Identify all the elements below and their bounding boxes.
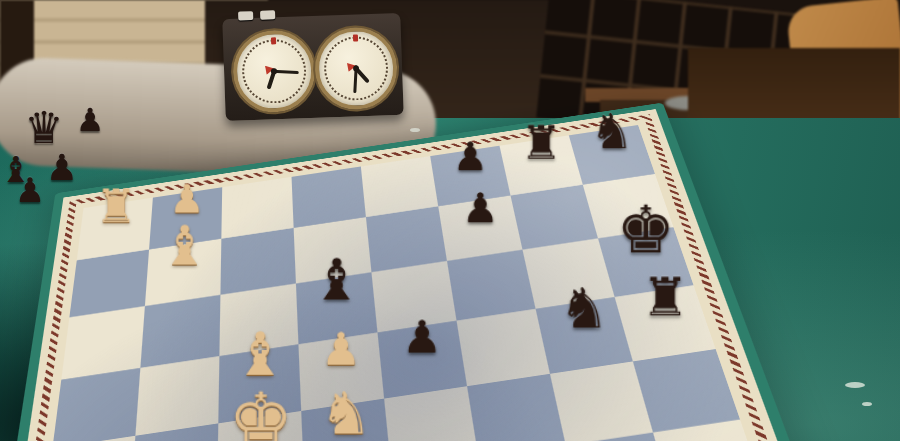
white-n-e4[interactable]: ♞ [319, 384, 372, 441]
paint-speck [862, 402, 872, 406]
black-p-d5[interactable]: ♟ [401, 315, 441, 360]
black-b-c4[interactable]: ♝ [310, 252, 361, 309]
clock-red-12 [271, 37, 276, 44]
black-p-b6[interactable]: ♟ [461, 187, 498, 228]
game-room-scene: ♝♛♟♟♟ ♜♟♝♝♚♟♟♞♟♟♜♞♟♝♚♟♞♜♟♟ [0, 0, 900, 441]
chess-clock [222, 13, 403, 121]
black-p-a6[interactable]: ♟ [452, 137, 487, 176]
white-p-a2[interactable]: ♟ [169, 179, 204, 218]
white-k-e3[interactable]: ♚ [228, 383, 293, 441]
black-k-c8[interactable]: ♚ [616, 197, 675, 263]
white-b-b2[interactable]: ♝ [160, 219, 209, 273]
captured-black-p: ♟ [15, 173, 45, 207]
black-n-a8[interactable]: ♞ [590, 107, 634, 156]
white-b-d3[interactable]: ♝ [233, 325, 286, 384]
clock-red-12 [353, 34, 358, 41]
clock-dial-right [314, 26, 399, 111]
paint-speck [410, 128, 420, 132]
white-p-d4[interactable]: ♟ [320, 327, 360, 372]
black-r-d8[interactable]: ♜ [640, 270, 688, 323]
white-r-a1[interactable]: ♜ [95, 183, 137, 230]
captured-black-p: ♟ [76, 104, 105, 136]
black-r-a7[interactable]: ♜ [520, 119, 562, 166]
paint-speck [845, 382, 865, 388]
captured-black-q: ♛ [24, 106, 63, 150]
clock-button-right[interactable] [260, 10, 275, 20]
clock-dial-left [232, 29, 317, 114]
captured-black-p: ♟ [46, 150, 78, 186]
clock-button-left[interactable] [238, 11, 253, 21]
black-n-d7[interactable]: ♞ [558, 280, 608, 336]
